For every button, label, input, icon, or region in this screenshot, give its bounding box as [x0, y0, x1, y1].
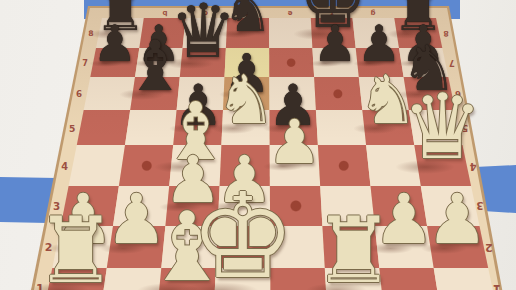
- rank-label-left-7: 7: [82, 58, 88, 68]
- chess-board: 8877665544332211abcdefgh♜♞♚♜♟♟♛♟♟♟♝♟♞♟♞♟…: [0, 0, 516, 290]
- black-pawn-f7[interactable]: ♟: [313, 19, 358, 69]
- white-king-d1[interactable]: ♚: [190, 178, 296, 290]
- chess-app-screen: 8877665544332211abcdefgh♜♞♚♜♟♟♛♟♟♟♝♟♞♟♞♟…: [0, 0, 516, 290]
- rank-label-left-6: 6: [76, 89, 82, 99]
- move-dot-b4[interactable]: [141, 160, 153, 172]
- rank-label-left-5: 5: [69, 122, 75, 133]
- file-label-top-e: e: [288, 9, 293, 17]
- move-dot-e7[interactable]: [286, 58, 296, 68]
- rank-label-left-4: 4: [61, 160, 68, 171]
- white-rook-f1[interactable]: ♜: [313, 205, 395, 290]
- white-pawn-e4[interactable]: ♟: [267, 112, 321, 173]
- white-pawn-h2[interactable]: ♟: [426, 185, 488, 254]
- move-dot-f4[interactable]: [338, 160, 350, 172]
- white-queen-h4[interactable]: ♛: [402, 82, 483, 172]
- white-rook-a1[interactable]: ♜: [35, 205, 117, 290]
- rank-label-right-1: 1: [493, 282, 501, 290]
